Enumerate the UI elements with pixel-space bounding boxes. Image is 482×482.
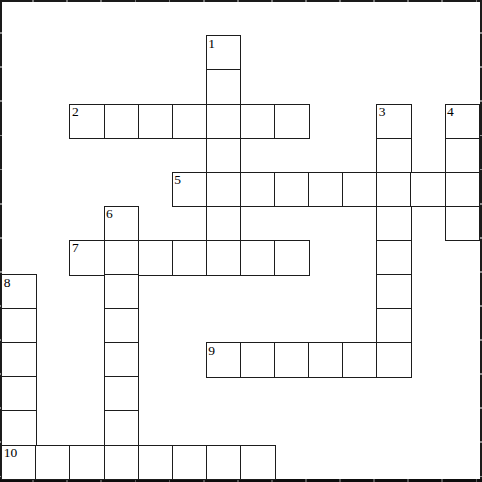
clue-number-6: 6 (106, 207, 113, 221)
cell-r6-c6[interactable] (206, 206, 242, 242)
clue-number-2: 2 (72, 105, 79, 119)
cell-r10-c11[interactable] (376, 342, 412, 378)
cell-r13-c4[interactable] (138, 445, 174, 481)
cell-r5-c10[interactable] (342, 172, 378, 208)
cell-r10-c8[interactable] (274, 342, 310, 378)
clue-number-1: 1 (208, 37, 215, 51)
cell-r5-c11[interactable] (376, 172, 412, 208)
cell-r9-c11[interactable] (376, 308, 412, 344)
cell-r3-c7[interactable] (240, 104, 276, 140)
cell-r3-c13[interactable]: 4 (445, 104, 481, 140)
cell-r7-c5[interactable] (172, 240, 208, 276)
crossword-board: 12345678910 (0, 0, 482, 482)
cell-r5-c7[interactable] (240, 172, 276, 208)
cell-r6-c11[interactable] (376, 206, 412, 242)
cell-r3-c11[interactable]: 3 (376, 104, 412, 140)
cell-r5-c5[interactable]: 5 (172, 172, 208, 208)
cell-r7-c4[interactable] (138, 240, 174, 276)
cell-r13-c2[interactable] (69, 445, 105, 481)
cell-r7-c11[interactable] (376, 240, 412, 276)
cell-r8-c0[interactable]: 8 (1, 274, 37, 310)
cell-r3-c3[interactable] (104, 104, 140, 140)
cell-r7-c8[interactable] (274, 240, 310, 276)
cell-r13-c7[interactable] (240, 445, 276, 481)
cell-r10-c9[interactable] (308, 342, 344, 378)
cell-r3-c4[interactable] (138, 104, 174, 140)
cell-r3-c2[interactable]: 2 (69, 104, 105, 140)
clue-number-8: 8 (4, 276, 11, 290)
cell-r13-c5[interactable] (172, 445, 208, 481)
clue-number-9: 9 (208, 344, 215, 358)
cell-r8-c3[interactable] (104, 274, 140, 310)
cell-r10-c6[interactable]: 9 (206, 342, 242, 378)
cell-r5-c8[interactable] (274, 172, 310, 208)
cell-r2-c6[interactable] (206, 69, 242, 105)
board-frame-top (0, 0, 482, 2)
cell-r11-c3[interactable] (104, 376, 140, 412)
cell-r10-c0[interactable] (1, 342, 37, 378)
cell-r13-c6[interactable] (206, 445, 242, 481)
cell-r7-c3[interactable] (104, 240, 140, 276)
cell-r5-c12[interactable] (410, 172, 446, 208)
cell-r10-c3[interactable] (104, 342, 140, 378)
cell-r4-c13[interactable] (445, 138, 481, 174)
clue-number-10: 10 (4, 446, 18, 460)
cell-r1-c6[interactable]: 1 (206, 35, 242, 71)
cell-r10-c7[interactable] (240, 342, 276, 378)
cell-r7-c6[interactable] (206, 240, 242, 276)
cell-r13-c0[interactable]: 10 (1, 445, 37, 481)
cell-r6-c13[interactable] (445, 206, 481, 242)
cell-r5-c6[interactable] (206, 172, 242, 208)
cell-r6-c3[interactable]: 6 (104, 206, 140, 242)
cell-r3-c8[interactable] (274, 104, 310, 140)
cell-r12-c0[interactable] (1, 410, 37, 446)
cell-r12-c3[interactable] (104, 410, 140, 446)
cell-r13-c1[interactable] (35, 445, 71, 481)
cell-r3-c5[interactable] (172, 104, 208, 140)
clue-number-5: 5 (174, 173, 181, 187)
cell-r5-c9[interactable] (308, 172, 344, 208)
cell-r9-c3[interactable] (104, 308, 140, 344)
cell-r11-c0[interactable] (1, 376, 37, 412)
cell-r9-c0[interactable] (1, 308, 37, 344)
cell-r5-c13[interactable] (445, 172, 481, 208)
clue-number-7: 7 (72, 241, 79, 255)
clue-number-4: 4 (447, 105, 454, 119)
cell-r3-c6[interactable] (206, 104, 242, 140)
cell-r7-c7[interactable] (240, 240, 276, 276)
cell-r4-c6[interactable] (206, 138, 242, 174)
cell-r8-c11[interactable] (376, 274, 412, 310)
cell-r10-c10[interactable] (342, 342, 378, 378)
clue-number-3: 3 (379, 105, 386, 119)
cell-r4-c11[interactable] (376, 138, 412, 174)
cell-r13-c3[interactable] (104, 445, 140, 481)
cell-r7-c2[interactable]: 7 (69, 240, 105, 276)
